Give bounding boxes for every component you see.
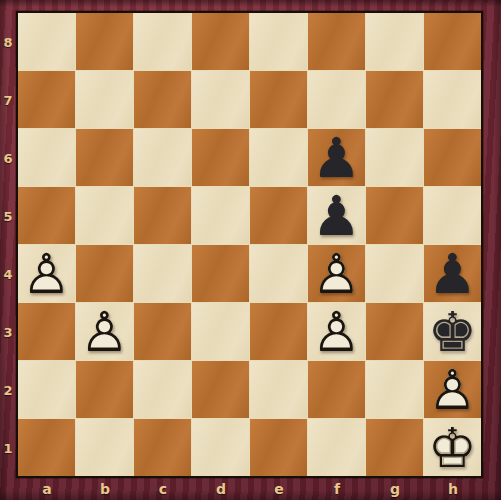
square-d1[interactable] xyxy=(192,419,249,476)
square-g1[interactable] xyxy=(366,419,423,476)
square-a5[interactable] xyxy=(18,187,75,244)
chessboard: ♟♟♟♙♟♙♟♟♙♟♙♚♟♙♚♔ xyxy=(16,11,483,478)
black-pawn-f6[interactable]: ♟ xyxy=(308,129,365,186)
square-a6[interactable] xyxy=(18,129,75,186)
square-f1[interactable] xyxy=(308,419,365,476)
square-d6[interactable] xyxy=(192,129,249,186)
file-label-h: h xyxy=(424,478,482,500)
black-king-h3[interactable]: ♚ xyxy=(424,303,481,360)
square-e1[interactable] xyxy=(250,419,307,476)
white-pawn-glyph-outline: ♙ xyxy=(18,245,75,302)
white-pawn-glyph-outline: ♙ xyxy=(308,245,365,302)
square-a7[interactable] xyxy=(18,71,75,128)
white-pawn-glyph-outline: ♙ xyxy=(424,361,481,418)
file-label-a: a xyxy=(18,478,76,500)
square-b7[interactable] xyxy=(76,71,133,128)
square-g3[interactable] xyxy=(366,303,423,360)
file-labels: abcdefgh xyxy=(18,478,482,500)
square-e6[interactable] xyxy=(250,129,307,186)
square-c2[interactable] xyxy=(134,361,191,418)
file-label-b: b xyxy=(76,478,134,500)
rank-label-1: 1 xyxy=(0,419,16,477)
square-g4[interactable] xyxy=(366,245,423,302)
square-g6[interactable] xyxy=(366,129,423,186)
square-b4[interactable] xyxy=(76,245,133,302)
square-h1[interactable]: ♚♔ xyxy=(424,419,481,476)
square-d2[interactable] xyxy=(192,361,249,418)
square-c6[interactable] xyxy=(134,129,191,186)
square-b5[interactable] xyxy=(76,187,133,244)
square-b6[interactable] xyxy=(76,129,133,186)
black-pawn-glyph: ♟ xyxy=(308,187,365,244)
file-label-d: d xyxy=(192,478,250,500)
rank-label-2: 2 xyxy=(0,361,16,419)
square-h7[interactable] xyxy=(424,71,481,128)
rank-label-8: 8 xyxy=(0,13,16,71)
square-f3[interactable]: ♟♙ xyxy=(308,303,365,360)
black-pawn-glyph: ♟ xyxy=(308,129,365,186)
square-f4[interactable]: ♟♙ xyxy=(308,245,365,302)
square-g2[interactable] xyxy=(366,361,423,418)
square-h4[interactable]: ♟ xyxy=(424,245,481,302)
square-e5[interactable] xyxy=(250,187,307,244)
square-g8[interactable] xyxy=(366,13,423,70)
square-f6[interactable]: ♟ xyxy=(308,129,365,186)
square-d8[interactable] xyxy=(192,13,249,70)
square-f7[interactable] xyxy=(308,71,365,128)
rank-label-5: 5 xyxy=(0,187,16,245)
black-pawn-f5[interactable]: ♟ xyxy=(308,187,365,244)
white-king-glyph-outline: ♔ xyxy=(424,419,481,476)
square-h2[interactable]: ♟♙ xyxy=(424,361,481,418)
square-g7[interactable] xyxy=(366,71,423,128)
chessboard-frame: 87654321 abcdefgh ♟♟♟♙♟♙♟♟♙♟♙♚♟♙♚♔ xyxy=(0,0,501,500)
file-label-e: e xyxy=(250,478,308,500)
square-b3[interactable]: ♟♙ xyxy=(76,303,133,360)
square-e2[interactable] xyxy=(250,361,307,418)
square-a2[interactable] xyxy=(18,361,75,418)
square-e4[interactable] xyxy=(250,245,307,302)
square-h8[interactable] xyxy=(424,13,481,70)
square-c3[interactable] xyxy=(134,303,191,360)
square-a1[interactable] xyxy=(18,419,75,476)
rank-label-3: 3 xyxy=(0,303,16,361)
black-king-glyph: ♚ xyxy=(424,303,481,360)
square-f5[interactable]: ♟ xyxy=(308,187,365,244)
file-label-f: f xyxy=(308,478,366,500)
square-b1[interactable] xyxy=(76,419,133,476)
square-h3[interactable]: ♚ xyxy=(424,303,481,360)
square-d7[interactable] xyxy=(192,71,249,128)
square-h6[interactable] xyxy=(424,129,481,186)
rank-label-7: 7 xyxy=(0,71,16,129)
file-label-c: c xyxy=(134,478,192,500)
white-pawn-glyph-outline: ♙ xyxy=(308,303,365,360)
white-pawn-glyph-outline: ♙ xyxy=(76,303,133,360)
square-c4[interactable] xyxy=(134,245,191,302)
square-b2[interactable] xyxy=(76,361,133,418)
white-pawn-f4[interactable]: ♟♙ xyxy=(308,245,365,302)
square-a3[interactable] xyxy=(18,303,75,360)
square-d3[interactable] xyxy=(192,303,249,360)
square-c1[interactable] xyxy=(134,419,191,476)
square-c8[interactable] xyxy=(134,13,191,70)
white-pawn-a4[interactable]: ♟♙ xyxy=(18,245,75,302)
square-f2[interactable] xyxy=(308,361,365,418)
square-a4[interactable]: ♟♙ xyxy=(18,245,75,302)
rank-labels: 87654321 xyxy=(0,13,16,477)
square-d4[interactable] xyxy=(192,245,249,302)
black-pawn-glyph: ♟ xyxy=(424,245,481,302)
rank-label-4: 4 xyxy=(0,245,16,303)
white-king-h1[interactable]: ♚♔ xyxy=(424,419,481,476)
file-label-g: g xyxy=(366,478,424,500)
square-d5[interactable] xyxy=(192,187,249,244)
square-e7[interactable] xyxy=(250,71,307,128)
square-e3[interactable] xyxy=(250,303,307,360)
square-b8[interactable] xyxy=(76,13,133,70)
square-c5[interactable] xyxy=(134,187,191,244)
black-pawn-h4[interactable]: ♟ xyxy=(424,245,481,302)
square-g5[interactable] xyxy=(366,187,423,244)
white-pawn-b3[interactable]: ♟♙ xyxy=(76,303,133,360)
square-f8[interactable] xyxy=(308,13,365,70)
square-e8[interactable] xyxy=(250,13,307,70)
white-pawn-f3[interactable]: ♟♙ xyxy=(308,303,365,360)
white-pawn-h2[interactable]: ♟♙ xyxy=(424,361,481,418)
square-h5[interactable] xyxy=(424,187,481,244)
square-a8[interactable] xyxy=(18,13,75,70)
square-c7[interactable] xyxy=(134,71,191,128)
rank-label-6: 6 xyxy=(0,129,16,187)
